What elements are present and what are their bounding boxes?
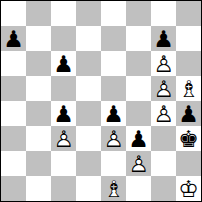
black-pawn: ♟ <box>126 126 151 151</box>
square-c6[interactable]: ♟ <box>51 51 76 76</box>
square-h7[interactable] <box>176 26 201 51</box>
black-king: ♚ <box>176 126 201 151</box>
black-pawn: ♟ <box>176 101 201 126</box>
square-a4[interactable] <box>1 101 26 126</box>
black-pawn: ♟ <box>51 101 76 126</box>
square-c8[interactable] <box>51 1 76 26</box>
white-pawn-glyph: ♙ <box>151 51 176 76</box>
square-d2[interactable] <box>76 151 101 176</box>
square-e4[interactable]: ♟ <box>101 101 126 126</box>
square-f5[interactable] <box>126 76 151 101</box>
square-a2[interactable] <box>1 151 26 176</box>
white-pawn-glyph: ♙ <box>51 126 76 151</box>
square-c7[interactable] <box>51 26 76 51</box>
square-c1[interactable] <box>51 176 76 201</box>
square-g3[interactable] <box>151 126 176 151</box>
square-c2[interactable] <box>51 151 76 176</box>
square-b2[interactable] <box>26 151 51 176</box>
square-b8[interactable] <box>26 1 51 26</box>
square-f1[interactable] <box>126 176 151 201</box>
square-g5[interactable]: ♟♙ <box>151 76 176 101</box>
square-a5[interactable] <box>1 76 26 101</box>
white-pawn-glyph: ♙ <box>126 151 151 176</box>
white-bishop-glyph: ♗ <box>176 76 201 101</box>
square-h5[interactable]: ♝♗ <box>176 76 201 101</box>
square-d6[interactable] <box>76 51 101 76</box>
white-pawn: ♟♙ <box>101 126 126 151</box>
square-b4[interactable] <box>26 101 51 126</box>
black-king-glyph: ♚ <box>176 126 201 151</box>
white-pawn: ♟♙ <box>51 126 76 151</box>
square-b6[interactable] <box>26 51 51 76</box>
white-bishop: ♝♗ <box>101 176 126 201</box>
square-e6[interactable] <box>101 51 126 76</box>
square-g7[interactable]: ♟ <box>151 26 176 51</box>
square-a8[interactable] <box>1 1 26 26</box>
square-e7[interactable] <box>101 26 126 51</box>
square-e1[interactable]: ♝♗ <box>101 176 126 201</box>
white-bishop: ♝♗ <box>176 76 201 101</box>
square-c3[interactable]: ♟♙ <box>51 126 76 151</box>
black-pawn-glyph: ♟ <box>126 126 151 151</box>
square-d7[interactable] <box>76 26 101 51</box>
black-pawn-glyph: ♟ <box>176 101 201 126</box>
square-h2[interactable] <box>176 151 201 176</box>
black-pawn-glyph: ♟ <box>51 101 76 126</box>
square-h3[interactable]: ♚ <box>176 126 201 151</box>
white-pawn-glyph: ♙ <box>101 126 126 151</box>
black-pawn: ♟ <box>1 26 26 51</box>
black-pawn-glyph: ♟ <box>51 51 76 76</box>
black-pawn-glyph: ♟ <box>101 101 126 126</box>
black-pawn: ♟ <box>101 101 126 126</box>
white-bishop-glyph: ♗ <box>101 176 126 201</box>
square-f3[interactable]: ♟ <box>126 126 151 151</box>
white-pawn: ♟♙ <box>151 101 176 126</box>
square-d1[interactable] <box>76 176 101 201</box>
black-pawn: ♟ <box>151 26 176 51</box>
square-h4[interactable]: ♟ <box>176 101 201 126</box>
square-b1[interactable] <box>26 176 51 201</box>
white-king: ♚♔ <box>176 176 201 201</box>
square-d8[interactable] <box>76 1 101 26</box>
square-d4[interactable] <box>76 101 101 126</box>
square-g6[interactable]: ♟♙ <box>151 51 176 76</box>
square-f8[interactable] <box>126 1 151 26</box>
square-f4[interactable] <box>126 101 151 126</box>
white-king-glyph: ♔ <box>176 176 201 201</box>
square-a1[interactable] <box>1 176 26 201</box>
square-g2[interactable] <box>151 151 176 176</box>
square-f7[interactable] <box>126 26 151 51</box>
square-f2[interactable]: ♟♙ <box>126 151 151 176</box>
square-h1[interactable]: ♚♔ <box>176 176 201 201</box>
square-e2[interactable] <box>101 151 126 176</box>
white-pawn: ♟♙ <box>151 51 176 76</box>
square-b7[interactable] <box>26 26 51 51</box>
white-pawn: ♟♙ <box>151 76 176 101</box>
white-pawn-glyph: ♙ <box>151 76 176 101</box>
black-pawn-glyph: ♟ <box>1 26 26 51</box>
white-pawn: ♟♙ <box>126 151 151 176</box>
square-d3[interactable] <box>76 126 101 151</box>
square-g1[interactable] <box>151 176 176 201</box>
square-e5[interactable] <box>101 76 126 101</box>
black-pawn-glyph: ♟ <box>151 26 176 51</box>
square-a3[interactable] <box>1 126 26 151</box>
square-a7[interactable]: ♟ <box>1 26 26 51</box>
square-b5[interactable] <box>26 76 51 101</box>
square-d5[interactable] <box>76 76 101 101</box>
square-a6[interactable] <box>1 51 26 76</box>
chess-board: ♟♟♟♟♙♟♙♝♗♟♟♟♙♟♟♙♟♙♟♚♟♙♝♗♚♔ <box>0 0 202 202</box>
square-g4[interactable]: ♟♙ <box>151 101 176 126</box>
square-e8[interactable] <box>101 1 126 26</box>
square-h8[interactable] <box>176 1 201 26</box>
square-h6[interactable] <box>176 51 201 76</box>
square-f6[interactable] <box>126 51 151 76</box>
black-pawn: ♟ <box>51 51 76 76</box>
square-c4[interactable]: ♟ <box>51 101 76 126</box>
square-b3[interactable] <box>26 126 51 151</box>
square-c5[interactable] <box>51 76 76 101</box>
white-pawn-glyph: ♙ <box>151 101 176 126</box>
square-g8[interactable] <box>151 1 176 26</box>
square-e3[interactable]: ♟♙ <box>101 126 126 151</box>
